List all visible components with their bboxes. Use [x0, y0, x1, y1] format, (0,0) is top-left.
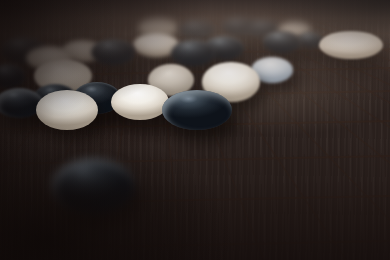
- white-stone[interactable]: [111, 84, 169, 120]
- white-stone[interactable]: [36, 90, 98, 130]
- black-stone[interactable]: [263, 31, 301, 53]
- black-stone[interactable]: [179, 20, 215, 39]
- black-stone[interactable]: [91, 39, 135, 65]
- black-stone[interactable]: [51, 159, 135, 215]
- go-board-photo: [0, 0, 390, 260]
- black-stone[interactable]: [171, 40, 215, 66]
- white-stone[interactable]: [319, 31, 383, 59]
- black-stone[interactable]: [162, 90, 232, 130]
